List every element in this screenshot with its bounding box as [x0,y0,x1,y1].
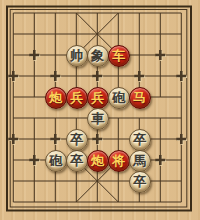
piece-ivory-horse[interactable]: 馬 [129,150,151,172]
piece-red-cannon[interactable]: 炮 [45,87,67,109]
piece-ivory-cannon[interactable]: 砲 [45,150,67,172]
piece-ivory-general[interactable]: 帅 [66,45,88,67]
xiangqi-board[interactable]: 帅象车炮兵兵砲马車卒卒砲卒炮将馬卒 [0,0,200,220]
piece-ivory-cannon[interactable]: 砲 [108,87,130,109]
piece-ivory-soldier[interactable]: 卒 [129,129,151,151]
piece-red-chariot[interactable]: 车 [108,45,130,67]
piece-red-general[interactable]: 将 [108,150,130,172]
piece-ivory-soldier[interactable]: 卒 [66,129,88,151]
piece-red-cannon[interactable]: 炮 [87,150,109,172]
piece-red-soldier[interactable]: 兵 [66,87,88,109]
piece-ivory-soldier[interactable]: 卒 [129,171,151,193]
piece-layer: 帅象车炮兵兵砲马車卒卒砲卒炮将馬卒 [3,3,192,213]
piece-red-soldier[interactable]: 兵 [87,87,109,109]
piece-ivory-elephant[interactable]: 象 [87,45,109,67]
piece-ivory-soldier[interactable]: 卒 [66,150,88,172]
piece-ivory-chariot[interactable]: 車 [87,108,109,130]
piece-red-horse[interactable]: 马 [129,87,151,109]
